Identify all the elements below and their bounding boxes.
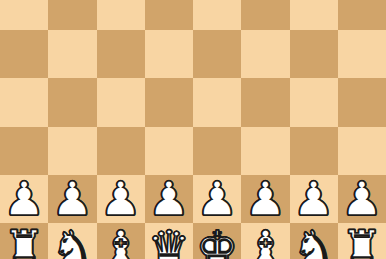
square-c3[interactable] xyxy=(97,127,145,175)
square-e1[interactable]: ♚ xyxy=(193,223,241,259)
piece-white-pawn[interactable]: ♟ xyxy=(148,175,190,222)
square-b5[interactable] xyxy=(48,30,96,78)
piece-white-rook[interactable]: ♜ xyxy=(3,224,45,259)
square-g6[interactable] xyxy=(290,0,338,30)
square-h4[interactable] xyxy=(338,78,386,126)
square-f6[interactable] xyxy=(241,0,289,30)
square-b3[interactable] xyxy=(48,127,96,175)
square-h5[interactable] xyxy=(338,30,386,78)
piece-white-pawn[interactable]: ♟ xyxy=(100,175,142,222)
piece-white-pawn[interactable]: ♟ xyxy=(51,175,93,222)
piece-white-queen[interactable]: ♛ xyxy=(148,224,190,259)
square-d2[interactable]: ♟ xyxy=(145,175,193,223)
square-d3[interactable] xyxy=(145,127,193,175)
square-c2[interactable]: ♟ xyxy=(97,175,145,223)
square-d5[interactable] xyxy=(145,30,193,78)
square-b1[interactable]: ♞ xyxy=(48,223,96,259)
square-f2[interactable]: ♟ xyxy=(241,175,289,223)
square-g1[interactable]: ♞ xyxy=(290,223,338,259)
square-a6[interactable] xyxy=(0,0,48,30)
piece-white-pawn[interactable]: ♟ xyxy=(293,175,335,222)
piece-white-bishop[interactable]: ♝ xyxy=(100,224,142,259)
chess-board-viewport: ♟♟♟♟♟♟♟♟♜♞♝♛♚♝♞♜ xyxy=(0,0,386,259)
square-h2[interactable]: ♟ xyxy=(338,175,386,223)
square-a1[interactable]: ♜ xyxy=(0,223,48,259)
chess-board[interactable]: ♟♟♟♟♟♟♟♟♜♞♝♛♚♝♞♜ xyxy=(0,0,386,259)
piece-white-knight[interactable]: ♞ xyxy=(293,224,335,259)
square-h6[interactable] xyxy=(338,0,386,30)
square-e2[interactable]: ♟ xyxy=(193,175,241,223)
square-f3[interactable] xyxy=(241,127,289,175)
square-f1[interactable]: ♝ xyxy=(241,223,289,259)
piece-white-knight[interactable]: ♞ xyxy=(51,224,93,259)
piece-white-pawn[interactable]: ♟ xyxy=(196,175,238,222)
piece-white-rook[interactable]: ♜ xyxy=(341,224,383,259)
square-e4[interactable] xyxy=(193,78,241,126)
square-b2[interactable]: ♟ xyxy=(48,175,96,223)
square-g4[interactable] xyxy=(290,78,338,126)
square-g5[interactable] xyxy=(290,30,338,78)
piece-white-pawn[interactable]: ♟ xyxy=(244,175,286,222)
square-d4[interactable] xyxy=(145,78,193,126)
square-e3[interactable] xyxy=(193,127,241,175)
square-a5[interactable] xyxy=(0,30,48,78)
square-d6[interactable] xyxy=(145,0,193,30)
square-b6[interactable] xyxy=(48,0,96,30)
square-a4[interactable] xyxy=(0,78,48,126)
piece-white-pawn[interactable]: ♟ xyxy=(3,175,45,222)
square-f4[interactable] xyxy=(241,78,289,126)
square-c1[interactable]: ♝ xyxy=(97,223,145,259)
square-h1[interactable]: ♜ xyxy=(338,223,386,259)
piece-white-bishop[interactable]: ♝ xyxy=(244,224,286,259)
square-a2[interactable]: ♟ xyxy=(0,175,48,223)
piece-white-king[interactable]: ♚ xyxy=(196,224,238,259)
square-c5[interactable] xyxy=(97,30,145,78)
square-h3[interactable] xyxy=(338,127,386,175)
piece-white-pawn[interactable]: ♟ xyxy=(341,175,383,222)
square-f5[interactable] xyxy=(241,30,289,78)
square-c6[interactable] xyxy=(97,0,145,30)
square-d1[interactable]: ♛ xyxy=(145,223,193,259)
square-e5[interactable] xyxy=(193,30,241,78)
square-b4[interactable] xyxy=(48,78,96,126)
square-c4[interactable] xyxy=(97,78,145,126)
square-e6[interactable] xyxy=(193,0,241,30)
square-g3[interactable] xyxy=(290,127,338,175)
square-a3[interactable] xyxy=(0,127,48,175)
square-g2[interactable]: ♟ xyxy=(290,175,338,223)
